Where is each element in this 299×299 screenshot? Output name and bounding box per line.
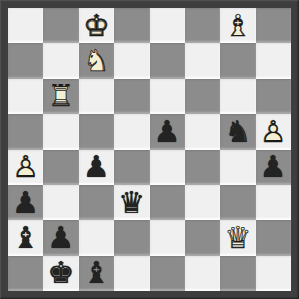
piece-black-pawn[interactable]: ♟	[79, 150, 114, 185]
square-b8[interactable]	[43, 8, 78, 43]
square-c1[interactable]: ♝	[79, 256, 114, 291]
square-h1[interactable]	[256, 256, 291, 291]
square-e4[interactable]	[150, 150, 185, 185]
square-d6[interactable]	[114, 79, 149, 114]
piece-black-pawn[interactable]: ♟	[43, 220, 78, 255]
square-a1[interactable]	[8, 256, 43, 291]
square-g5[interactable]: ♞	[220, 114, 255, 149]
chess-board: ♚♔♝♗♞♘♜♖♟♞♟♙♟♙♟♟♟♛♝♟♛♕♚♝	[8, 8, 291, 291]
square-f1[interactable]	[185, 256, 220, 291]
white-pawn-outline: ♙	[8, 150, 43, 185]
square-e1[interactable]	[150, 256, 185, 291]
square-c2[interactable]	[79, 220, 114, 255]
square-b3[interactable]	[43, 185, 78, 220]
black-pawn-glyph: ♟	[43, 220, 78, 255]
square-a7[interactable]	[8, 43, 43, 78]
square-f6[interactable]	[185, 79, 220, 114]
square-g2[interactable]: ♛♕	[220, 220, 255, 255]
piece-white-pawn[interactable]: ♟♙	[256, 114, 291, 149]
piece-black-knight[interactable]: ♞	[220, 114, 255, 149]
piece-black-pawn[interactable]: ♟	[150, 114, 185, 149]
square-g7[interactable]	[220, 43, 255, 78]
square-e8[interactable]	[150, 8, 185, 43]
square-c3[interactable]	[79, 185, 114, 220]
square-c8[interactable]: ♚♔	[79, 8, 114, 43]
piece-black-bishop[interactable]: ♝	[8, 220, 43, 255]
piece-black-pawn[interactable]: ♟	[256, 150, 291, 185]
square-e6[interactable]	[150, 79, 185, 114]
square-g3[interactable]	[220, 185, 255, 220]
square-a5[interactable]	[8, 114, 43, 149]
square-g1[interactable]	[220, 256, 255, 291]
square-h4[interactable]: ♟	[256, 150, 291, 185]
square-c6[interactable]	[79, 79, 114, 114]
square-d3[interactable]: ♛	[114, 185, 149, 220]
square-f2[interactable]	[185, 220, 220, 255]
square-e2[interactable]	[150, 220, 185, 255]
white-king-outline: ♔	[79, 8, 114, 43]
square-b6[interactable]: ♜♖	[43, 79, 78, 114]
square-g6[interactable]	[220, 79, 255, 114]
square-e3[interactable]	[150, 185, 185, 220]
square-e5[interactable]: ♟	[150, 114, 185, 149]
black-knight-glyph: ♞	[220, 114, 255, 149]
black-pawn-glyph: ♟	[256, 150, 291, 185]
square-b7[interactable]	[43, 43, 78, 78]
square-c7[interactable]: ♞♘	[79, 43, 114, 78]
square-h8[interactable]	[256, 8, 291, 43]
square-h6[interactable]	[256, 79, 291, 114]
square-f8[interactable]	[185, 8, 220, 43]
square-e7[interactable]	[150, 43, 185, 78]
square-g8[interactable]: ♝♗	[220, 8, 255, 43]
piece-black-bishop[interactable]: ♝	[79, 256, 114, 291]
black-pawn-glyph: ♟	[8, 185, 43, 220]
square-a3[interactable]: ♟	[8, 185, 43, 220]
square-b2[interactable]: ♟	[43, 220, 78, 255]
square-f5[interactable]	[185, 114, 220, 149]
square-d7[interactable]	[114, 43, 149, 78]
white-bishop-outline: ♗	[220, 8, 255, 43]
piece-white-knight[interactable]: ♞♘	[79, 43, 114, 78]
piece-white-queen[interactable]: ♛♕	[220, 220, 255, 255]
square-a8[interactable]	[8, 8, 43, 43]
piece-white-rook[interactable]: ♜♖	[43, 79, 78, 114]
square-a6[interactable]	[8, 79, 43, 114]
piece-white-bishop[interactable]: ♝♗	[220, 8, 255, 43]
piece-black-pawn[interactable]: ♟	[8, 185, 43, 220]
black-bishop-glyph: ♝	[79, 256, 114, 291]
piece-white-pawn[interactable]: ♟♙	[8, 150, 43, 185]
square-f3[interactable]	[185, 185, 220, 220]
square-c4[interactable]: ♟	[79, 150, 114, 185]
black-bishop-glyph: ♝	[8, 220, 43, 255]
square-b1[interactable]: ♚	[43, 256, 78, 291]
square-a2[interactable]: ♝	[8, 220, 43, 255]
white-queen-outline: ♕	[220, 220, 255, 255]
square-c5[interactable]	[79, 114, 114, 149]
square-a4[interactable]: ♟♙	[8, 150, 43, 185]
chess-board-frame: ♚♔♝♗♞♘♜♖♟♞♟♙♟♙♟♟♟♛♝♟♛♕♚♝	[0, 0, 299, 299]
square-d5[interactable]	[114, 114, 149, 149]
white-rook-outline: ♖	[43, 79, 78, 114]
square-h3[interactable]	[256, 185, 291, 220]
square-h7[interactable]	[256, 43, 291, 78]
square-d2[interactable]	[114, 220, 149, 255]
square-h2[interactable]	[256, 220, 291, 255]
piece-black-king[interactable]: ♚	[43, 256, 78, 291]
square-b5[interactable]	[43, 114, 78, 149]
square-f7[interactable]	[185, 43, 220, 78]
black-king-glyph: ♚	[43, 256, 78, 291]
square-h5[interactable]: ♟♙	[256, 114, 291, 149]
black-queen-glyph: ♛	[114, 185, 149, 220]
square-d4[interactable]	[114, 150, 149, 185]
square-d1[interactable]	[114, 256, 149, 291]
piece-black-queen[interactable]: ♛	[114, 185, 149, 220]
piece-white-king[interactable]: ♚♔	[79, 8, 114, 43]
black-pawn-glyph: ♟	[79, 150, 114, 185]
white-knight-outline: ♘	[79, 43, 114, 78]
white-pawn-outline: ♙	[256, 114, 291, 149]
square-b4[interactable]	[43, 150, 78, 185]
square-d8[interactable]	[114, 8, 149, 43]
square-g4[interactable]	[220, 150, 255, 185]
black-pawn-glyph: ♟	[150, 114, 185, 149]
square-f4[interactable]	[185, 150, 220, 185]
